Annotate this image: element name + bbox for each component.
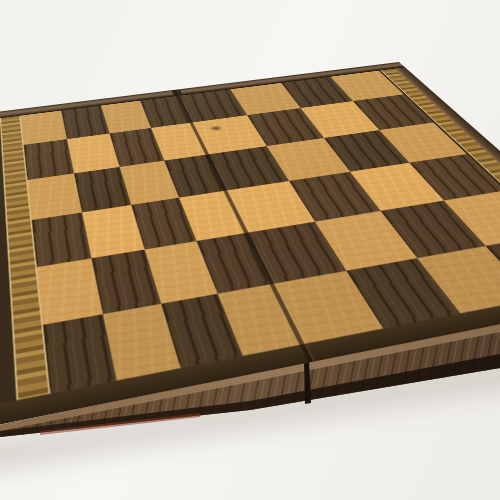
photo-canvas	[0, 0, 500, 500]
